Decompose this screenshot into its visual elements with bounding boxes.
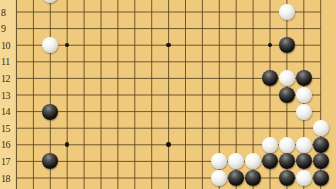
row-label: 9 xyxy=(1,23,14,34)
white-stone xyxy=(279,70,295,86)
row-label: 11 xyxy=(1,56,14,67)
star-point xyxy=(268,43,273,48)
row-label: 16 xyxy=(1,139,14,150)
black-stone xyxy=(42,153,58,169)
black-stone xyxy=(262,70,278,86)
white-stone xyxy=(296,170,312,186)
row-label: 15 xyxy=(1,123,14,134)
row-label: 12 xyxy=(1,73,14,84)
black-stone xyxy=(42,104,58,120)
black-stone xyxy=(279,37,295,53)
black-stone xyxy=(228,170,244,186)
white-stone xyxy=(42,37,58,53)
black-stone xyxy=(245,170,261,186)
row-label: 8 xyxy=(1,7,14,18)
white-stone xyxy=(228,153,244,169)
black-stone xyxy=(313,153,329,169)
stone-grid xyxy=(8,0,329,186)
white-stone xyxy=(211,153,227,169)
black-stone xyxy=(313,137,329,153)
row-label: 18 xyxy=(1,173,14,184)
black-stone xyxy=(262,153,278,169)
white-stone xyxy=(262,137,278,153)
star-point xyxy=(166,43,171,48)
star-point xyxy=(166,142,171,147)
white-stone xyxy=(211,170,227,186)
row-label: 10 xyxy=(1,40,14,51)
black-stone xyxy=(313,170,329,186)
white-stone xyxy=(42,0,58,3)
black-stone xyxy=(279,87,295,103)
black-stone xyxy=(296,70,312,86)
go-board[interactable]: 89101112131415161718 xyxy=(0,0,336,189)
black-stone xyxy=(296,153,312,169)
white-stone xyxy=(279,4,295,20)
white-stone xyxy=(296,87,312,103)
white-stone xyxy=(279,137,295,153)
white-stone xyxy=(245,153,261,169)
row-label: 14 xyxy=(1,106,14,117)
star-point xyxy=(65,142,70,147)
white-stone xyxy=(296,137,312,153)
black-stone xyxy=(279,153,295,169)
row-label: 17 xyxy=(1,156,14,167)
black-stone xyxy=(279,170,295,186)
row-label: 13 xyxy=(1,90,14,101)
star-point xyxy=(65,43,70,48)
white-stone xyxy=(296,104,312,120)
white-stone xyxy=(313,120,329,136)
